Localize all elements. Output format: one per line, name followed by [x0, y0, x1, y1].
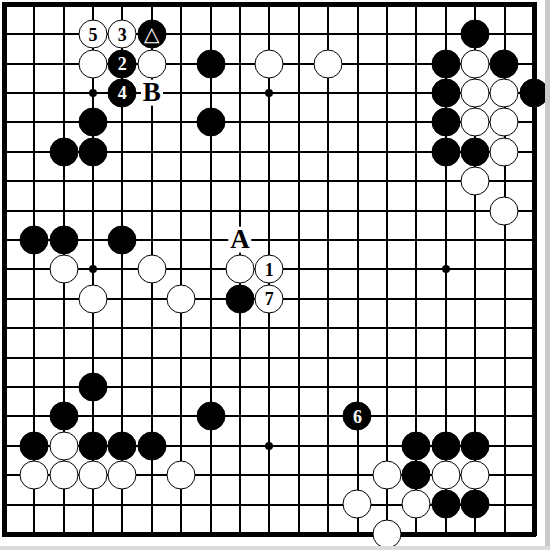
intersection-5-10	[108, 255, 137, 284]
intersection-13-1	[343, 0, 372, 20]
white-stone	[137, 255, 166, 284]
intersection-13-8	[343, 196, 372, 225]
intersection-15-9	[402, 225, 431, 254]
intersection-3-10	[49, 255, 78, 284]
intersection-17-7	[460, 166, 489, 195]
point-label-A: A	[228, 227, 252, 253]
intersection-17-1	[460, 0, 489, 20]
intersection-1-17	[0, 460, 20, 489]
white-stone	[20, 461, 49, 490]
white-stone	[78, 461, 107, 490]
white-stone	[255, 49, 284, 78]
intersection-13-3	[343, 49, 372, 78]
intersection-1-19	[0, 519, 20, 548]
intersection-15-15	[402, 402, 431, 431]
intersection-9-6	[225, 137, 254, 166]
intersection-17-12	[460, 313, 489, 342]
intersection-12-16	[313, 431, 342, 460]
intersection-5-4: 4	[108, 78, 137, 107]
black-stone	[225, 284, 254, 313]
intersection-2-5	[20, 108, 49, 137]
intersection-11-6	[284, 137, 313, 166]
go-board: 53△24BA176	[0, 0, 549, 549]
intersection-8-3	[196, 49, 225, 78]
black-stone: 2	[108, 49, 137, 78]
intersection-9-10	[225, 255, 254, 284]
black-stone	[108, 431, 137, 460]
intersection-6-14	[137, 372, 166, 401]
intersection-7-3	[166, 49, 195, 78]
intersection-7-17	[166, 460, 195, 489]
intersection-6-11	[137, 284, 166, 313]
intersection-16-18	[431, 490, 460, 519]
intersection-3-18	[49, 490, 78, 519]
white-stone	[490, 78, 519, 107]
intersection-16-5	[431, 108, 460, 137]
black-stone	[431, 108, 460, 137]
intersection-8-11	[196, 284, 225, 313]
intersection-9-1	[225, 0, 254, 20]
intersection-8-17	[196, 460, 225, 489]
white-stone: 1	[255, 255, 284, 284]
intersection-6-17	[137, 460, 166, 489]
move-number-label: 6	[353, 407, 362, 425]
intersection-16-11	[431, 284, 460, 313]
black-stone	[431, 431, 460, 460]
intersection-3-14	[49, 372, 78, 401]
black-stone	[461, 137, 490, 166]
intersection-12-4	[313, 78, 342, 107]
intersection-2-1	[20, 0, 49, 20]
intersection-14-13	[372, 343, 401, 372]
intersection-6-3	[137, 49, 166, 78]
move-number-label: 4	[118, 84, 127, 102]
intersection-11-19	[284, 519, 313, 548]
intersection-18-4	[490, 78, 519, 107]
intersection-18-16	[490, 431, 519, 460]
white-stone	[402, 490, 431, 519]
intersection-7-13	[166, 343, 195, 372]
intersection-1-9	[0, 225, 20, 254]
black-stone	[461, 490, 490, 519]
move-number-label: 3	[118, 25, 127, 43]
black-stone	[431, 49, 460, 78]
intersection-18-12	[490, 313, 519, 342]
intersection-14-9	[372, 225, 401, 254]
black-stone	[196, 402, 225, 431]
white-stone	[461, 461, 490, 490]
intersection-18-11	[490, 284, 519, 313]
intersection-1-13	[0, 343, 20, 372]
intersection-12-8	[313, 196, 342, 225]
intersection-16-10	[431, 255, 460, 284]
intersection-7-15	[166, 402, 195, 431]
white-stone	[372, 519, 401, 548]
intersection-10-18	[255, 490, 284, 519]
intersection-4-12	[78, 313, 107, 342]
intersection-3-1	[49, 0, 78, 20]
intersection-18-10	[490, 255, 519, 284]
intersection-18-17	[490, 460, 519, 489]
intersection-3-6	[49, 137, 78, 166]
intersection-13-15: 6	[343, 402, 372, 431]
white-stone	[225, 255, 254, 284]
intersection-18-14	[490, 372, 519, 401]
white-stone: 7	[255, 284, 284, 313]
intersection-13-6	[343, 137, 372, 166]
intersection-4-15	[78, 402, 107, 431]
intersection-10-17	[255, 460, 284, 489]
intersection-18-6	[490, 137, 519, 166]
intersection-3-13	[49, 343, 78, 372]
intersection-4-3	[78, 49, 107, 78]
intersection-7-7	[166, 166, 195, 195]
intersection-16-13	[431, 343, 460, 372]
intersection-1-12	[0, 313, 20, 342]
intersection-15-6	[402, 137, 431, 166]
intersection-11-10	[284, 255, 313, 284]
black-stone	[431, 78, 460, 107]
intersection-17-8	[460, 196, 489, 225]
intersection-12-17	[313, 460, 342, 489]
white-stone	[49, 431, 78, 460]
intersection-12-3	[313, 49, 342, 78]
intersection-18-19	[490, 519, 519, 548]
intersection-11-8	[284, 196, 313, 225]
intersection-5-13	[108, 343, 137, 372]
white-stone	[461, 108, 490, 137]
intersection-5-3: 2	[108, 49, 137, 78]
intersection-17-15	[460, 402, 489, 431]
intersection-5-19	[108, 519, 137, 548]
black-stone	[78, 108, 107, 137]
intersection-7-9	[166, 225, 195, 254]
intersection-16-17	[431, 460, 460, 489]
intersection-7-6	[166, 137, 195, 166]
point-label-B: B	[141, 80, 163, 106]
intersection-2-10	[20, 255, 49, 284]
intersection-2-15	[20, 402, 49, 431]
intersection-8-13	[196, 343, 225, 372]
intersection-18-7	[490, 166, 519, 195]
intersection-14-11	[372, 284, 401, 313]
intersection-2-2	[20, 20, 49, 49]
intersection-3-4	[49, 78, 78, 107]
intersection-2-8	[20, 196, 49, 225]
white-stone: 3	[108, 20, 137, 49]
intersection-14-16	[372, 431, 401, 460]
intersection-2-3	[20, 49, 49, 78]
intersection-17-18	[460, 490, 489, 519]
intersection-15-2	[402, 20, 431, 49]
intersection-8-9	[196, 225, 225, 254]
intersection-17-16	[460, 431, 489, 460]
intersection-10-11: 7	[255, 284, 284, 313]
intersection-10-16	[255, 431, 284, 460]
intersection-11-12	[284, 313, 313, 342]
intersection-16-3	[431, 49, 460, 78]
intersection-16-14	[431, 372, 460, 401]
intersection-5-12	[108, 313, 137, 342]
intersection-8-15	[196, 402, 225, 431]
intersection-17-17	[460, 460, 489, 489]
intersection-8-8	[196, 196, 225, 225]
intersection-5-16	[108, 431, 137, 460]
intersection-5-11	[108, 284, 137, 313]
intersection-8-12	[196, 313, 225, 342]
intersection-11-5	[284, 108, 313, 137]
intersection-15-13	[402, 343, 431, 372]
black-stone	[49, 137, 78, 166]
intersection-16-1	[431, 0, 460, 20]
white-stone	[461, 49, 490, 78]
black-stone	[78, 431, 107, 460]
intersection-16-6	[431, 137, 460, 166]
move-number-label: 2	[118, 55, 127, 73]
intersection-1-2	[0, 20, 20, 49]
go-diagram: 53△24BA176	[0, 0, 550, 550]
black-stone	[137, 431, 166, 460]
intersection-13-7	[343, 166, 372, 195]
intersection-12-15	[313, 402, 342, 431]
intersection-12-13	[313, 343, 342, 372]
intersection-7-12	[166, 313, 195, 342]
intersection-15-11	[402, 284, 431, 313]
intersection-9-19	[225, 519, 254, 548]
intersection-15-18	[402, 490, 431, 519]
intersection-14-10	[372, 255, 401, 284]
intersection-12-5	[313, 108, 342, 137]
intersection-9-4	[225, 78, 254, 107]
intersection-7-4	[166, 78, 195, 107]
white-stone	[431, 461, 460, 490]
intersection-1-11	[0, 284, 20, 313]
move-number-label: 1	[265, 260, 274, 278]
intersection-2-16	[20, 431, 49, 460]
intersection-4-18	[78, 490, 107, 519]
black-stone	[49, 402, 78, 431]
intersection-13-12	[343, 313, 372, 342]
intersection-17-19	[460, 519, 489, 548]
intersection-8-16	[196, 431, 225, 460]
move-number-label: 5	[88, 25, 97, 43]
intersection-10-13	[255, 343, 284, 372]
intersection-2-6	[20, 137, 49, 166]
intersection-9-18	[225, 490, 254, 519]
move-number-label: 7	[265, 290, 274, 308]
intersection-11-17	[284, 460, 313, 489]
intersection-16-4	[431, 78, 460, 107]
intersection-13-16	[343, 431, 372, 460]
intersection-11-13	[284, 343, 313, 372]
intersection-3-12	[49, 313, 78, 342]
intersection-7-2	[166, 20, 195, 49]
white-stone	[167, 461, 196, 490]
intersection-5-5	[108, 108, 137, 137]
intersection-9-2	[225, 20, 254, 49]
intersection-13-2	[343, 20, 372, 49]
intersection-3-19	[49, 519, 78, 548]
intersection-15-19	[402, 519, 431, 548]
intersection-10-9	[255, 225, 284, 254]
intersection-9-7	[225, 166, 254, 195]
intersection-8-4	[196, 78, 225, 107]
intersection-9-8	[225, 196, 254, 225]
intersection-14-8	[372, 196, 401, 225]
intersection-13-9	[343, 225, 372, 254]
intersection-12-7	[313, 166, 342, 195]
intersection-18-18	[490, 490, 519, 519]
intersection-13-18	[343, 490, 372, 519]
intersection-15-3	[402, 49, 431, 78]
black-stone	[78, 372, 107, 401]
intersection-15-17	[402, 460, 431, 489]
intersection-13-4	[343, 78, 372, 107]
intersection-18-3	[490, 49, 519, 78]
white-stone	[137, 49, 166, 78]
white-stone	[167, 284, 196, 313]
intersection-15-4	[402, 78, 431, 107]
intersection-15-1	[402, 0, 431, 20]
triangle-mark-icon: △	[144, 23, 159, 43]
intersection-13-19	[343, 519, 372, 548]
intersection-14-12	[372, 313, 401, 342]
intersection-10-8	[255, 196, 284, 225]
intersection-3-9	[49, 225, 78, 254]
intersection-16-7	[431, 166, 460, 195]
intersection-6-19	[137, 519, 166, 548]
intersection-17-6	[460, 137, 489, 166]
intersection-4-5	[78, 108, 107, 137]
intersection-12-18	[313, 490, 342, 519]
intersection-18-9	[490, 225, 519, 254]
intersection-14-6	[372, 137, 401, 166]
intersection-4-6	[78, 137, 107, 166]
intersection-5-9	[108, 225, 137, 254]
intersection-18-13	[490, 343, 519, 372]
intersection-6-4: B	[137, 78, 166, 107]
intersection-12-6	[313, 137, 342, 166]
intersection-17-14	[460, 372, 489, 401]
intersection-6-16	[137, 431, 166, 460]
white-stone	[49, 255, 78, 284]
intersection-11-11	[284, 284, 313, 313]
intersection-15-16	[402, 431, 431, 460]
intersection-14-2	[372, 20, 401, 49]
intersection-18-1	[490, 0, 519, 20]
intersection-2-19	[20, 519, 49, 548]
intersection-8-1	[196, 0, 225, 20]
intersection-8-6	[196, 137, 225, 166]
intersection-17-3	[460, 49, 489, 78]
intersection-17-10	[460, 255, 489, 284]
white-stone	[108, 461, 137, 490]
intersection-10-1	[255, 0, 284, 20]
white-stone	[461, 78, 490, 107]
intersection-15-7	[402, 166, 431, 195]
intersection-4-19	[78, 519, 107, 548]
intersection-18-8	[490, 196, 519, 225]
black-stone	[20, 225, 49, 254]
intersection-1-18	[0, 490, 20, 519]
intersection-10-7	[255, 166, 284, 195]
intersection-9-16	[225, 431, 254, 460]
intersection-16-8	[431, 196, 460, 225]
intersection-14-1	[372, 0, 401, 20]
intersection-18-15	[490, 402, 519, 431]
intersection-17-9	[460, 225, 489, 254]
black-stone	[431, 490, 460, 519]
intersection-5-18	[108, 490, 137, 519]
intersection-15-12	[402, 313, 431, 342]
intersection-5-1	[108, 0, 137, 20]
intersection-3-8	[49, 196, 78, 225]
intersection-4-8	[78, 196, 107, 225]
intersection-5-7	[108, 166, 137, 195]
intersection-10-14	[255, 372, 284, 401]
black-stone: 4	[108, 78, 137, 107]
white-stone	[490, 137, 519, 166]
intersection-12-1	[313, 0, 342, 20]
intersection-13-17	[343, 460, 372, 489]
intersection-2-11	[20, 284, 49, 313]
intersection-4-9	[78, 225, 107, 254]
intersection-1-1	[0, 0, 20, 20]
intersection-2-14	[20, 372, 49, 401]
intersection-11-3	[284, 49, 313, 78]
intersection-9-12	[225, 313, 254, 342]
intersection-7-14	[166, 372, 195, 401]
intersection-17-2	[460, 20, 489, 49]
intersection-4-10	[78, 255, 107, 284]
intersection-3-17	[49, 460, 78, 489]
intersection-1-5	[0, 108, 20, 137]
intersection-2-4	[20, 78, 49, 107]
intersection-14-19	[372, 519, 401, 548]
intersection-9-11	[225, 284, 254, 313]
intersection-5-2: 3	[108, 20, 137, 49]
black-stone: △	[137, 20, 166, 49]
white-stone	[314, 49, 343, 78]
intersection-12-12	[313, 313, 342, 342]
intersection-7-5	[166, 108, 195, 137]
intersection-11-14	[284, 372, 313, 401]
white-stone: 5	[78, 20, 107, 49]
intersection-3-3	[49, 49, 78, 78]
intersection-6-5	[137, 108, 166, 137]
intersection-10-6	[255, 137, 284, 166]
intersection-11-4	[284, 78, 313, 107]
intersection-2-13	[20, 343, 49, 372]
intersection-14-15	[372, 402, 401, 431]
intersection-15-5	[402, 108, 431, 137]
intersection-7-10	[166, 255, 195, 284]
intersection-10-4	[255, 78, 284, 107]
black-stone	[20, 431, 49, 460]
intersection-4-17	[78, 460, 107, 489]
intersection-6-7	[137, 166, 166, 195]
white-stone	[78, 284, 107, 313]
white-stone	[372, 461, 401, 490]
intersection-7-16	[166, 431, 195, 460]
black-stone	[461, 431, 490, 460]
intersection-14-4	[372, 78, 401, 107]
white-stone	[49, 461, 78, 490]
intersection-10-3	[255, 49, 284, 78]
black-stone	[49, 225, 78, 254]
intersection-13-13	[343, 343, 372, 372]
intersection-12-9	[313, 225, 342, 254]
